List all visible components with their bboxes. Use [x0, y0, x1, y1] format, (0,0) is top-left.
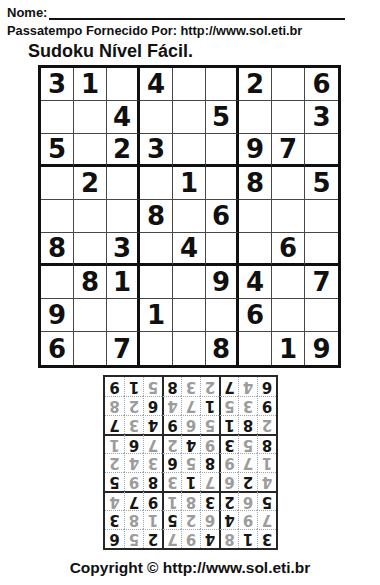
solution-cell-r8c9: 8 — [105, 396, 124, 415]
puzzle-cell-r2c3: 4 — [107, 101, 140, 134]
solution-cell-r1c4: 4 — [200, 529, 219, 548]
solution-cell-r3c3: 2 — [219, 491, 238, 510]
puzzle-cell-r2c2 — [74, 101, 107, 134]
puzzle-cell-r7c5 — [173, 266, 206, 299]
puzzle-cell-r7c9: 7 — [305, 266, 338, 299]
puzzle-cell-r8c7: 6 — [239, 299, 272, 332]
solution-cell-r3c4: 3 — [200, 491, 219, 510]
solution-cell-r7c2: 8 — [238, 415, 257, 434]
solution-cell-r9c8: 1 — [124, 377, 143, 396]
solution-cell-r3c8: 7 — [124, 491, 143, 510]
solution-cell-r7c9: 7 — [105, 415, 124, 434]
solution-cell-r9c7: 5 — [143, 377, 162, 396]
solution-cell-r9c3: 7 — [219, 377, 238, 396]
solution-cell-r2c7: 1 — [143, 510, 162, 529]
puzzle-cell-r6c7 — [239, 233, 272, 266]
puzzle-cell-r2c9: 3 — [305, 101, 338, 134]
puzzle-cell-r7c4 — [140, 266, 173, 299]
puzzle-cell-r2c1 — [41, 101, 74, 134]
solution-cell-r6c9: 1 — [105, 434, 124, 453]
puzzle-cell-r1c5 — [173, 68, 206, 101]
puzzle-cell-r7c6: 9 — [206, 266, 239, 299]
puzzle-cell-r9c8: 1 — [272, 332, 305, 365]
name-blank-line — [49, 6, 345, 20]
solution-cell-r8c8: 2 — [124, 396, 143, 415]
solution-cell-r8c6: 4 — [162, 396, 181, 415]
provided-by-text: Passatempo Fornecido Por: http://www.sol… — [7, 23, 373, 38]
puzzle-cell-r5c9 — [305, 200, 338, 233]
puzzle-cell-r2c6: 5 — [206, 101, 239, 134]
solution-cell-r2c1: 7 — [257, 510, 276, 529]
puzzle-cell-r6c4 — [140, 233, 173, 266]
solution-cell-r5c4: 8 — [200, 453, 219, 472]
solution-cell-r6c1: 8 — [257, 434, 276, 453]
solution-cell-r7c8: 3 — [124, 415, 143, 434]
puzzle-cell-r4c5: 1 — [173, 167, 206, 200]
puzzle-cell-r6c2 — [74, 233, 107, 266]
puzzle-cell-r4c3 — [107, 167, 140, 200]
solution-cell-r6c5: 4 — [181, 434, 200, 453]
puzzle-cell-r5c6: 6 — [206, 200, 239, 233]
puzzle-cell-r3c2 — [74, 134, 107, 167]
puzzle-cell-r9c1: 6 — [41, 332, 74, 365]
solution-cell-r7c6: 9 — [162, 415, 181, 434]
solution-cell-r2c8: 8 — [124, 510, 143, 529]
solution-cell-r6c3: 3 — [219, 434, 238, 453]
printable-sudoku-page: Nome: Passatempo Fornecido Por: http://w… — [0, 0, 380, 577]
solution-cell-r4c2: 2 — [238, 472, 257, 491]
solution-cell-r8c1: 9 — [257, 396, 276, 415]
solution-cell-r7c3: 1 — [219, 415, 238, 434]
puzzle-cell-r8c3 — [107, 299, 140, 332]
puzzle-cell-r9c4 — [140, 332, 173, 365]
solution-cell-r2c3: 4 — [219, 510, 238, 529]
solution-cell-r1c1: 3 — [257, 529, 276, 548]
puzzle-cell-r9c7 — [239, 332, 272, 365]
puzzle-cell-r8c4: 1 — [140, 299, 173, 332]
puzzle-cell-r8c1: 9 — [41, 299, 74, 332]
solution-cell-r5c2: 7 — [238, 453, 257, 472]
solution-cell-r4c3: 6 — [219, 472, 238, 491]
puzzle-cell-r1c4: 4 — [140, 68, 173, 101]
puzzle-cell-r7c8 — [272, 266, 305, 299]
puzzle-cell-r4c1 — [41, 167, 74, 200]
puzzle-cell-r9c2 — [74, 332, 107, 365]
puzzle-cell-r5c5 — [173, 200, 206, 233]
puzzle-cell-r8c2 — [74, 299, 107, 332]
solution-cell-r5c6: 6 — [162, 453, 181, 472]
solution-cell-r8c3: 5 — [219, 396, 238, 415]
puzzle-cell-r2c7 — [239, 101, 272, 134]
solution-cell-r7c5: 6 — [181, 415, 200, 434]
solution-cell-r6c8: 6 — [124, 434, 143, 453]
page-title: Sudoku Nível Fácil. — [28, 41, 373, 62]
sudoku-puzzle-grid: 314264535239721858683468194791667819 — [38, 65, 341, 368]
puzzle-cell-r9c5 — [173, 332, 206, 365]
puzzle-cell-r1c2: 1 — [74, 68, 107, 101]
puzzle-cell-r2c5 — [173, 101, 206, 134]
solution-cell-r6c4: 9 — [200, 434, 219, 453]
puzzle-cell-r3c3: 2 — [107, 134, 140, 167]
solution-cell-r2c9: 3 — [105, 510, 124, 529]
solution-cell-r4c1: 4 — [257, 472, 276, 491]
solution-cell-r8c5: 7 — [181, 396, 200, 415]
puzzle-cell-r3c6 — [206, 134, 239, 167]
puzzle-cell-r9c3: 7 — [107, 332, 140, 365]
puzzle-cell-r4c7: 8 — [239, 167, 272, 200]
copyright-text: Copyright © http://www.sol.eti.br — [7, 559, 373, 577]
puzzle-cell-r8c8 — [272, 299, 305, 332]
solution-cell-r3c1: 5 — [257, 491, 276, 510]
solution-cell-r6c6: 2 — [162, 434, 181, 453]
solution-cell-r2c5: 2 — [181, 510, 200, 529]
solution-cell-r9c1: 6 — [257, 377, 276, 396]
puzzle-cell-r1c3 — [107, 68, 140, 101]
solution-cell-r5c8: 4 — [124, 453, 143, 472]
puzzle-cell-r2c8 — [272, 101, 305, 134]
puzzle-cell-r1c9: 6 — [305, 68, 338, 101]
puzzle-cell-r3c1: 5 — [41, 134, 74, 167]
puzzle-cell-r8c5 — [173, 299, 206, 332]
solution-cell-r1c2: 1 — [238, 529, 257, 548]
solution-cell-r2c6: 5 — [162, 510, 181, 529]
solution-cell-r3c7: 9 — [143, 491, 162, 510]
puzzle-cell-r5c4: 8 — [140, 200, 173, 233]
name-label: Nome: — [7, 5, 47, 20]
solution-cell-r3c2: 6 — [238, 491, 257, 510]
puzzle-cell-r1c6 — [206, 68, 239, 101]
solution-cell-r5c9: 2 — [105, 453, 124, 472]
solution-cell-r1c3: 8 — [219, 529, 238, 548]
puzzle-cell-r4c6 — [206, 167, 239, 200]
solution-cell-r7c1: 2 — [257, 415, 276, 434]
puzzle-cell-r3c9 — [305, 134, 338, 167]
puzzle-cell-r1c1: 3 — [41, 68, 74, 101]
puzzle-cell-r8c9 — [305, 299, 338, 332]
solution-cell-r4c8: 9 — [124, 472, 143, 491]
puzzle-cell-r7c2: 8 — [74, 266, 107, 299]
solution-cell-r6c7: 7 — [143, 434, 162, 453]
puzzle-cell-r3c5 — [173, 134, 206, 167]
solution-cell-r9c4: 2 — [200, 377, 219, 396]
puzzle-cell-r5c8 — [272, 200, 305, 233]
puzzle-cell-r9c6: 8 — [206, 332, 239, 365]
puzzle-cell-r5c7 — [239, 200, 272, 233]
puzzle-cell-r7c7: 4 — [239, 266, 272, 299]
solution-cell-r8c2: 3 — [238, 396, 257, 415]
solution-cell-r9c2: 4 — [238, 377, 257, 396]
solution-cell-r8c7: 6 — [143, 396, 162, 415]
solution-cell-r5c1: 1 — [257, 453, 276, 472]
solution-cell-r2c4: 6 — [200, 510, 219, 529]
sudoku-solution-grid-rotated: 3184972567946251835623819744267138951798… — [103, 375, 278, 550]
solution-cell-r5c7: 3 — [143, 453, 162, 472]
solution-cell-r7c4: 5 — [200, 415, 219, 434]
solution-cell-r4c4: 7 — [200, 472, 219, 491]
solution-cell-r4c9: 5 — [105, 472, 124, 491]
solution-cell-r7c7: 4 — [143, 415, 162, 434]
puzzle-cell-r7c1 — [41, 266, 74, 299]
puzzle-cell-r1c8 — [272, 68, 305, 101]
puzzle-cell-r5c3 — [107, 200, 140, 233]
name-line: Nome: — [7, 4, 345, 20]
puzzle-cell-r1c7: 2 — [239, 68, 272, 101]
solution-cell-r1c7: 2 — [143, 529, 162, 548]
puzzle-cell-r6c3: 3 — [107, 233, 140, 266]
puzzle-cell-r4c4 — [140, 167, 173, 200]
solution-cell-r2c2: 9 — [238, 510, 257, 529]
puzzle-cell-r3c8: 7 — [272, 134, 305, 167]
solution-cell-r1c8: 5 — [124, 529, 143, 548]
solution-cell-r6c2: 5 — [238, 434, 257, 453]
puzzle-cell-r5c1 — [41, 200, 74, 233]
solution-cell-r1c5: 9 — [181, 529, 200, 548]
solution-cell-r4c6: 3 — [162, 472, 181, 491]
solution-cell-r1c9: 6 — [105, 529, 124, 548]
puzzle-cell-r4c2: 2 — [74, 167, 107, 200]
puzzle-cell-r9c9: 9 — [305, 332, 338, 365]
solution-cell-r3c5: 8 — [181, 491, 200, 510]
solution-cell-r9c5: 3 — [181, 377, 200, 396]
puzzle-cell-r6c1: 8 — [41, 233, 74, 266]
solution-cell-r9c6: 8 — [162, 377, 181, 396]
solution-cell-r5c5: 5 — [181, 453, 200, 472]
solution-cell-r5c3: 9 — [219, 453, 238, 472]
solution-cell-r4c5: 1 — [181, 472, 200, 491]
puzzle-cell-r6c6 — [206, 233, 239, 266]
solution-area: 3184972567946251835623819744267138951798… — [7, 375, 373, 550]
solution-cell-r3c6: 1 — [162, 491, 181, 510]
puzzle-cell-r4c8 — [272, 167, 305, 200]
puzzle-cell-r4c9: 5 — [305, 167, 338, 200]
puzzle-cell-r6c9 — [305, 233, 338, 266]
puzzle-cell-r3c4: 3 — [140, 134, 173, 167]
puzzle-cell-r8c6 — [206, 299, 239, 332]
solution-cell-r8c4: 1 — [200, 396, 219, 415]
puzzle-cell-r6c8: 6 — [272, 233, 305, 266]
puzzle-cell-r6c5: 4 — [173, 233, 206, 266]
puzzle-cell-r5c2 — [74, 200, 107, 233]
solution-cell-r4c7: 8 — [143, 472, 162, 491]
solution-cell-r1c6: 7 — [162, 529, 181, 548]
puzzle-cell-r2c4 — [140, 101, 173, 134]
solution-cell-r9c9: 9 — [105, 377, 124, 396]
puzzle-cell-r3c7: 9 — [239, 134, 272, 167]
solution-cell-r3c9: 4 — [105, 491, 124, 510]
puzzle-cell-r7c3: 1 — [107, 266, 140, 299]
